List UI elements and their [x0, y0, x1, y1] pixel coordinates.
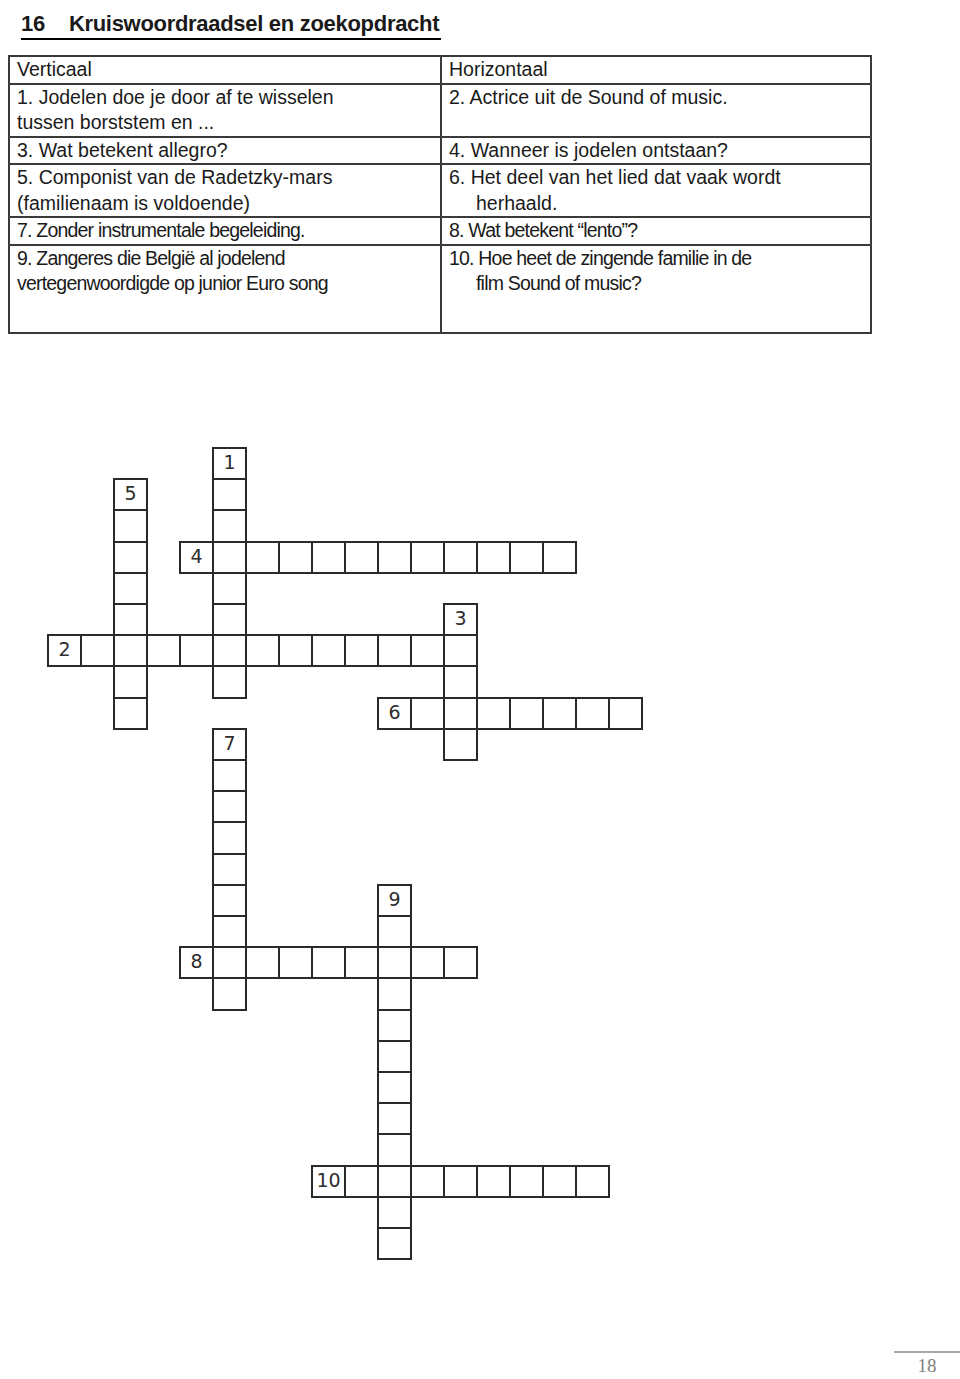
crossword-cell[interactable]: [344, 1165, 379, 1198]
crossword-cell[interactable]: [410, 697, 445, 730]
crossword-cell[interactable]: 10: [311, 1165, 346, 1198]
clues-header-verticaal: Verticaal: [9, 56, 441, 84]
crossword-cell[interactable]: [113, 697, 148, 730]
crossword-cell[interactable]: [443, 946, 478, 979]
crossword-cell[interactable]: [410, 946, 445, 979]
crossword-cell[interactable]: [377, 977, 412, 1010]
crossword-cell[interactable]: 6: [377, 697, 412, 730]
crossword-cell[interactable]: [608, 697, 643, 730]
crossword-cell[interactable]: [80, 634, 115, 667]
clue-number-label: 7: [223, 734, 235, 753]
clue-cell: 4. Wanneer is jodelen ontstaan?: [441, 137, 871, 165]
crossword-cell[interactable]: 3: [443, 603, 478, 636]
crossword-cell[interactable]: 5: [113, 478, 148, 511]
clue-row: 9. Zangeres die België al jodelend verte…: [9, 245, 871, 333]
crossword-cell[interactable]: [245, 946, 280, 979]
crossword-cell[interactable]: [113, 541, 148, 574]
footer-divider-line: [894, 1351, 960, 1353]
crossword-cell[interactable]: [245, 541, 280, 574]
crossword-cell[interactable]: [113, 603, 148, 636]
clue-number-label: 10: [316, 1171, 340, 1190]
crossword-cell[interactable]: [443, 697, 478, 730]
crossword-cell[interactable]: [443, 541, 478, 574]
section-title-text: Kruiswoordraadsel en zoekopdracht: [69, 11, 439, 36]
clue-cell: 6. Het deel van het lied dat vaak wordt …: [441, 164, 871, 217]
clues-table: Verticaal Horizontaal 1. Jodelen doe je …: [8, 55, 872, 334]
crossword-cell[interactable]: 8: [179, 946, 214, 979]
crossword-cell[interactable]: [212, 603, 247, 636]
crossword-cell[interactable]: [311, 946, 346, 979]
crossword-cell[interactable]: [410, 634, 445, 667]
crossword-cell[interactable]: [344, 946, 379, 979]
clue-cell: 2. Actrice uit de Sound of music.: [441, 84, 871, 137]
crossword-cell[interactable]: [212, 634, 247, 667]
clue-number-label: 4: [190, 547, 202, 566]
crossword-cell[interactable]: [212, 665, 247, 698]
crossword-cell[interactable]: [212, 759, 247, 792]
clue-row: 7. Zonder instrumentale begeleiding.8. W…: [9, 217, 871, 245]
clue-number-label: 8: [190, 952, 202, 971]
crossword-cell[interactable]: [212, 572, 247, 605]
clue-number-label: 3: [454, 609, 466, 628]
crossword-cell[interactable]: [212, 884, 247, 917]
crossword-cell[interactable]: [476, 697, 511, 730]
crossword-cell[interactable]: [476, 1165, 511, 1198]
crossword-cell[interactable]: [476, 541, 511, 574]
crossword-cell[interactable]: [344, 634, 379, 667]
clue-number-label: 6: [388, 703, 400, 722]
crossword-cell[interactable]: [212, 821, 247, 854]
crossword-cell[interactable]: [311, 634, 346, 667]
crossword-cell[interactable]: [443, 728, 478, 761]
crossword-cell[interactable]: [575, 1165, 610, 1198]
page-number: 18: [894, 1355, 960, 1377]
page-title: 16Kruiswoordraadsel en zoekopdracht: [21, 11, 441, 40]
crossword-cell[interactable]: [575, 697, 610, 730]
crossword-cell[interactable]: [377, 1133, 412, 1166]
crossword-cell[interactable]: 2: [47, 634, 82, 667]
clue-row: 1. Jodelen doe je door af te wisselen tu…: [9, 84, 871, 137]
crossword-cell[interactable]: [311, 541, 346, 574]
crossword-cell[interactable]: [179, 634, 214, 667]
crossword-cell[interactable]: [278, 634, 313, 667]
clue-number-label: 5: [124, 484, 136, 503]
crossword-cell[interactable]: [542, 697, 577, 730]
crossword-cell[interactable]: [278, 541, 313, 574]
crossword-cell[interactable]: [377, 1102, 412, 1135]
crossword-cell[interactable]: [377, 946, 412, 979]
crossword-cell[interactable]: [377, 1071, 412, 1104]
crossword-cell[interactable]: 4: [179, 541, 214, 574]
crossword-cell[interactable]: [113, 509, 148, 542]
clue-cell: 9. Zangeres die België al jodelend verte…: [9, 245, 441, 333]
crossword-cell[interactable]: [542, 541, 577, 574]
clue-cell: 10. Hoe heet de zingende familie in de f…: [441, 245, 871, 333]
clue-cell: 5. Componist van de Radetzky-mars (famil…: [9, 164, 441, 217]
clues-table-body: Verticaal Horizontaal 1. Jodelen doe je …: [9, 56, 871, 333]
crossword-cell[interactable]: [245, 634, 280, 667]
crossword-cell[interactable]: [410, 1165, 445, 1198]
crossword-cell[interactable]: 7: [212, 728, 247, 761]
crossword-cell[interactable]: [377, 1165, 412, 1198]
crossword-cell[interactable]: [212, 977, 247, 1010]
clues-header-row: Verticaal Horizontaal: [9, 56, 871, 84]
clue-row: 3. Wat betekent allegro?4. Wanneer is jo…: [9, 137, 871, 165]
crossword-cell[interactable]: [377, 1040, 412, 1073]
crossword-cell[interactable]: [212, 946, 247, 979]
clue-row: 5. Componist van de Radetzky-mars (famil…: [9, 164, 871, 217]
crossword-cell[interactable]: [377, 541, 412, 574]
clue-number-label: 1: [223, 453, 235, 472]
crossword-cell[interactable]: [542, 1165, 577, 1198]
crossword-cell[interactable]: [443, 665, 478, 698]
clue-cell: 1. Jodelen doe je door af te wisselen tu…: [9, 84, 441, 137]
clue-cell: 8. Wat betekent “lento”?: [441, 217, 871, 245]
crossword-cell[interactable]: [443, 634, 478, 667]
crossword-cell[interactable]: [113, 665, 148, 698]
section-number: 16: [21, 11, 45, 36]
clue-cell: 7. Zonder instrumentale begeleiding.: [9, 217, 441, 245]
crossword-cell[interactable]: [377, 634, 412, 667]
crossword-cell[interactable]: [212, 853, 247, 886]
crossword-cell[interactable]: [146, 634, 181, 667]
crossword-grid: 15432679810: [47, 447, 643, 1260]
clues-header-horizontaal: Horizontaal: [441, 56, 871, 84]
crossword-cell[interactable]: [509, 1165, 544, 1198]
crossword-cell[interactable]: [509, 541, 544, 574]
crossword-cell[interactable]: [377, 1227, 412, 1260]
crossword-cell[interactable]: [212, 541, 247, 574]
crossword-cell[interactable]: [278, 946, 313, 979]
clue-cell: 3. Wat betekent allegro?: [9, 137, 441, 165]
crossword-cell[interactable]: [377, 1196, 412, 1229]
crossword-cell[interactable]: [377, 1009, 412, 1042]
clue-number-label: 2: [58, 640, 70, 659]
document-page: { "title": {"number": "16", "text": "Kru…: [0, 0, 960, 1379]
crossword-cell[interactable]: [509, 697, 544, 730]
crossword-cell[interactable]: [443, 1165, 478, 1198]
crossword-cell[interactable]: [113, 634, 148, 667]
crossword-cell[interactable]: [212, 509, 247, 542]
crossword-cell[interactable]: 1: [212, 447, 247, 480]
crossword-cell[interactable]: [212, 478, 247, 511]
crossword-cell[interactable]: [113, 572, 148, 605]
crossword-cell[interactable]: [212, 790, 247, 823]
clue-number-label: 9: [388, 890, 400, 909]
crossword-cell[interactable]: [212, 915, 247, 948]
crossword-cell[interactable]: [377, 915, 412, 948]
crossword-cell[interactable]: [410, 541, 445, 574]
crossword-cell[interactable]: 9: [377, 884, 412, 917]
crossword-cell[interactable]: [344, 541, 379, 574]
